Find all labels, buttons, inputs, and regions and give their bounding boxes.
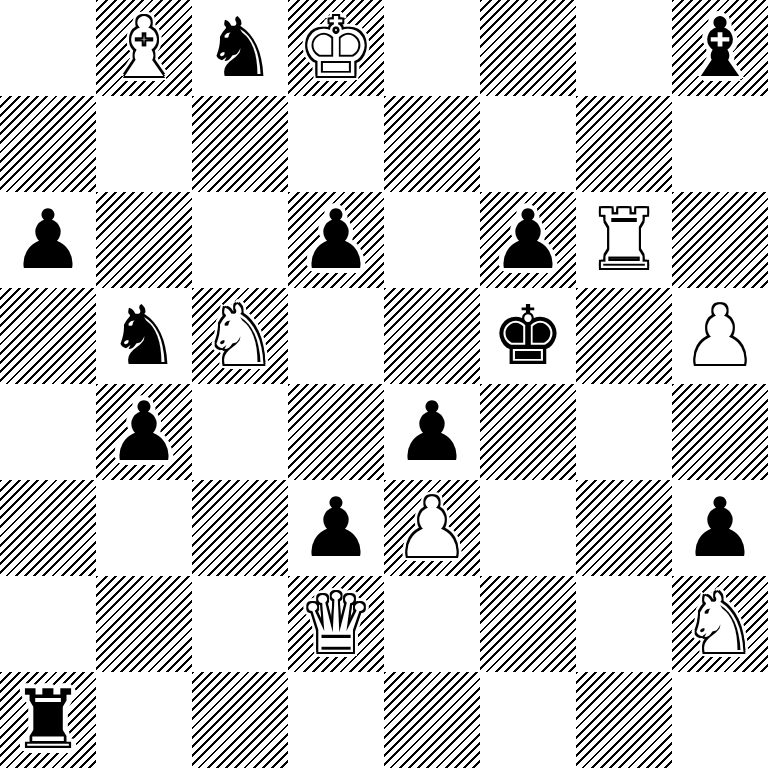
square-h3[interactable]: ♟ bbox=[672, 480, 768, 576]
square-b8[interactable]: ♝ bbox=[96, 0, 192, 96]
square-h4[interactable] bbox=[672, 384, 768, 480]
square-d3[interactable]: ♟ bbox=[288, 480, 384, 576]
square-d1[interactable] bbox=[288, 672, 384, 768]
square-a1[interactable]: ♜ bbox=[0, 672, 96, 768]
square-g1[interactable] bbox=[576, 672, 672, 768]
white-queen-icon[interactable]: ♛ bbox=[299, 576, 373, 672]
black-pawn-icon[interactable]: ♟ bbox=[491, 192, 565, 288]
black-knight-icon[interactable]: ♞ bbox=[203, 0, 277, 96]
square-f8[interactable] bbox=[480, 0, 576, 96]
square-d7[interactable] bbox=[288, 96, 384, 192]
square-c5[interactable]: ♞ bbox=[192, 288, 288, 384]
square-g8[interactable] bbox=[576, 0, 672, 96]
square-d8[interactable]: ♚ bbox=[288, 0, 384, 96]
square-c4[interactable] bbox=[192, 384, 288, 480]
square-b6[interactable] bbox=[96, 192, 192, 288]
square-d6[interactable]: ♟ bbox=[288, 192, 384, 288]
square-f3[interactable] bbox=[480, 480, 576, 576]
square-c3[interactable] bbox=[192, 480, 288, 576]
square-a2[interactable] bbox=[0, 576, 96, 672]
square-b2[interactable] bbox=[96, 576, 192, 672]
black-knight-icon[interactable]: ♞ bbox=[107, 288, 181, 384]
square-c2[interactable] bbox=[192, 576, 288, 672]
black-pawn-icon[interactable]: ♟ bbox=[11, 192, 85, 288]
white-bishop-icon[interactable]: ♝ bbox=[107, 0, 181, 96]
square-d2[interactable]: ♛ bbox=[288, 576, 384, 672]
square-e5[interactable] bbox=[384, 288, 480, 384]
square-b7[interactable] bbox=[96, 96, 192, 192]
square-c1[interactable] bbox=[192, 672, 288, 768]
square-g5[interactable] bbox=[576, 288, 672, 384]
square-h5[interactable]: ♟ bbox=[672, 288, 768, 384]
black-pawn-icon[interactable]: ♟ bbox=[299, 192, 373, 288]
square-b3[interactable] bbox=[96, 480, 192, 576]
square-c6[interactable] bbox=[192, 192, 288, 288]
white-rook-icon[interactable]: ♜ bbox=[587, 192, 661, 288]
square-c7[interactable] bbox=[192, 96, 288, 192]
white-king-icon[interactable]: ♚ bbox=[299, 0, 373, 96]
square-g7[interactable] bbox=[576, 96, 672, 192]
white-pawn-icon[interactable]: ♟ bbox=[395, 480, 469, 576]
square-f4[interactable] bbox=[480, 384, 576, 480]
square-d4[interactable] bbox=[288, 384, 384, 480]
square-h2[interactable]: ♞ bbox=[672, 576, 768, 672]
square-e6[interactable] bbox=[384, 192, 480, 288]
square-f7[interactable] bbox=[480, 96, 576, 192]
chess-board: ♝♞♚♝♟♟♟♜♞♞♚♟♟♟♟♟♟♛♞♜ bbox=[0, 0, 768, 768]
square-b5[interactable]: ♞ bbox=[96, 288, 192, 384]
square-h6[interactable] bbox=[672, 192, 768, 288]
square-a5[interactable] bbox=[0, 288, 96, 384]
square-e4[interactable]: ♟ bbox=[384, 384, 480, 480]
square-h8[interactable]: ♝ bbox=[672, 0, 768, 96]
square-f2[interactable] bbox=[480, 576, 576, 672]
square-f6[interactable]: ♟ bbox=[480, 192, 576, 288]
black-king-icon[interactable]: ♚ bbox=[491, 288, 565, 384]
square-a3[interactable] bbox=[0, 480, 96, 576]
square-b1[interactable] bbox=[96, 672, 192, 768]
white-knight-icon[interactable]: ♞ bbox=[203, 288, 277, 384]
square-h1[interactable] bbox=[672, 672, 768, 768]
black-pawn-icon[interactable]: ♟ bbox=[683, 480, 757, 576]
black-pawn-icon[interactable]: ♟ bbox=[107, 384, 181, 480]
square-e1[interactable] bbox=[384, 672, 480, 768]
square-a8[interactable] bbox=[0, 0, 96, 96]
square-a6[interactable]: ♟ bbox=[0, 192, 96, 288]
square-e3[interactable]: ♟ bbox=[384, 480, 480, 576]
square-g3[interactable] bbox=[576, 480, 672, 576]
black-pawn-icon[interactable]: ♟ bbox=[395, 384, 469, 480]
square-g6[interactable]: ♜ bbox=[576, 192, 672, 288]
square-b4[interactable]: ♟ bbox=[96, 384, 192, 480]
square-a7[interactable] bbox=[0, 96, 96, 192]
square-g2[interactable] bbox=[576, 576, 672, 672]
black-pawn-icon[interactable]: ♟ bbox=[299, 480, 373, 576]
black-rook-icon[interactable]: ♜ bbox=[11, 672, 85, 768]
square-h7[interactable] bbox=[672, 96, 768, 192]
square-g4[interactable] bbox=[576, 384, 672, 480]
square-f5[interactable]: ♚ bbox=[480, 288, 576, 384]
black-bishop-icon[interactable]: ♝ bbox=[683, 0, 757, 96]
square-e8[interactable] bbox=[384, 0, 480, 96]
square-d5[interactable] bbox=[288, 288, 384, 384]
square-a4[interactable] bbox=[0, 384, 96, 480]
white-knight-icon[interactable]: ♞ bbox=[683, 576, 757, 672]
square-f1[interactable] bbox=[480, 672, 576, 768]
square-e2[interactable] bbox=[384, 576, 480, 672]
square-e7[interactable] bbox=[384, 96, 480, 192]
square-c8[interactable]: ♞ bbox=[192, 0, 288, 96]
white-pawn-icon[interactable]: ♟ bbox=[683, 288, 757, 384]
